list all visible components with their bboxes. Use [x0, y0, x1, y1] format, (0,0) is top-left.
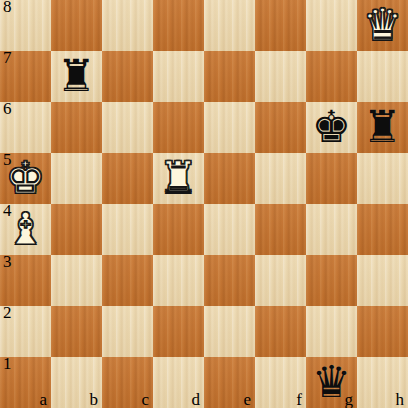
square-a4[interactable]: 4♝ [0, 204, 51, 255]
square-e5[interactable] [204, 153, 255, 204]
white-king-a5[interactable]: ♚ [6, 156, 45, 200]
rank-label-3: 3 [3, 252, 12, 272]
square-f8[interactable] [255, 0, 306, 51]
black-queen-g1[interactable]: ♛ [312, 360, 351, 404]
square-c1[interactable]: c [102, 357, 153, 408]
square-f4[interactable] [255, 204, 306, 255]
square-d1[interactable]: d [153, 357, 204, 408]
square-h8[interactable]: ♛ [357, 0, 408, 51]
square-f6[interactable] [255, 102, 306, 153]
rank-label-2: 2 [3, 303, 12, 323]
file-label-c: c [141, 390, 149, 408]
square-b1[interactable]: b [51, 357, 102, 408]
square-g5[interactable] [306, 153, 357, 204]
square-a2[interactable]: 2 [0, 306, 51, 357]
square-a6[interactable]: 6 [0, 102, 51, 153]
file-label-b: b [90, 390, 99, 408]
square-h5[interactable] [357, 153, 408, 204]
square-g1[interactable]: g♛ [306, 357, 357, 408]
black-rook-h6[interactable]: ♜ [363, 105, 402, 149]
square-b5[interactable] [51, 153, 102, 204]
square-c4[interactable] [102, 204, 153, 255]
square-d3[interactable] [153, 255, 204, 306]
square-b3[interactable] [51, 255, 102, 306]
square-h4[interactable] [357, 204, 408, 255]
square-d7[interactable] [153, 51, 204, 102]
square-f2[interactable] [255, 306, 306, 357]
square-b6[interactable] [51, 102, 102, 153]
square-f3[interactable] [255, 255, 306, 306]
rank-label-8: 8 [3, 0, 12, 17]
rank-label-6: 6 [3, 99, 12, 119]
rank-label-1: 1 [3, 354, 12, 374]
square-h1[interactable]: h [357, 357, 408, 408]
square-e8[interactable] [204, 0, 255, 51]
square-c5[interactable] [102, 153, 153, 204]
square-g8[interactable] [306, 0, 357, 51]
square-d5[interactable]: ♜ [153, 153, 204, 204]
white-bishop-a4[interactable]: ♝ [6, 207, 45, 251]
file-label-a: a [39, 390, 47, 408]
black-rook-b7[interactable]: ♜ [57, 54, 96, 98]
square-g7[interactable] [306, 51, 357, 102]
square-d2[interactable] [153, 306, 204, 357]
square-e7[interactable] [204, 51, 255, 102]
black-king-g6[interactable]: ♚ [312, 105, 351, 149]
square-e1[interactable]: e [204, 357, 255, 408]
file-label-d: d [192, 390, 201, 408]
square-d6[interactable] [153, 102, 204, 153]
white-rook-d5[interactable]: ♜ [159, 156, 198, 200]
square-h6[interactable]: ♜ [357, 102, 408, 153]
square-f7[interactable] [255, 51, 306, 102]
square-c6[interactable] [102, 102, 153, 153]
square-e3[interactable] [204, 255, 255, 306]
square-e2[interactable] [204, 306, 255, 357]
square-g6[interactable]: ♚ [306, 102, 357, 153]
square-g4[interactable] [306, 204, 357, 255]
square-b8[interactable] [51, 0, 102, 51]
white-queen-h8[interactable]: ♛ [363, 3, 402, 47]
square-b2[interactable] [51, 306, 102, 357]
square-a7[interactable]: 7 [0, 51, 51, 102]
square-f1[interactable]: f [255, 357, 306, 408]
file-label-e: e [243, 390, 251, 408]
chess-board: 8♛7♜6♚♜5♚♜4♝321abcdefg♛h [0, 0, 408, 408]
square-a1[interactable]: 1a [0, 357, 51, 408]
square-g3[interactable] [306, 255, 357, 306]
square-b4[interactable] [51, 204, 102, 255]
file-label-f: f [296, 390, 302, 408]
square-d4[interactable] [153, 204, 204, 255]
square-c7[interactable] [102, 51, 153, 102]
square-e6[interactable] [204, 102, 255, 153]
square-c8[interactable] [102, 0, 153, 51]
square-c3[interactable] [102, 255, 153, 306]
square-c2[interactable] [102, 306, 153, 357]
square-h7[interactable] [357, 51, 408, 102]
file-label-h: h [396, 390, 405, 408]
rank-label-7: 7 [3, 48, 12, 68]
square-b7[interactable]: ♜ [51, 51, 102, 102]
square-e4[interactable] [204, 204, 255, 255]
square-a3[interactable]: 3 [0, 255, 51, 306]
square-f5[interactable] [255, 153, 306, 204]
square-g2[interactable] [306, 306, 357, 357]
square-a5[interactable]: 5♚ [0, 153, 51, 204]
square-a8[interactable]: 8 [0, 0, 51, 51]
square-h2[interactable] [357, 306, 408, 357]
square-d8[interactable] [153, 0, 204, 51]
square-h3[interactable] [357, 255, 408, 306]
